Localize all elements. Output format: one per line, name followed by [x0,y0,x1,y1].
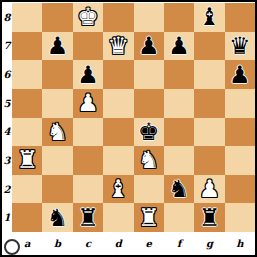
square-a1[interactable] [12,203,42,232]
square-c6[interactable]: ♟ [73,60,103,89]
square-e4[interactable]: ♚ [134,118,164,147]
file-label-d: d [103,233,133,253]
black-knight: ♞ [47,204,69,232]
square-d8[interactable] [103,3,133,32]
rank-labels: 87654321 [2,3,12,232]
black-king: ♚ [138,118,160,146]
chess-diagram: 87654321 ♚♝♟♛♟♟♛♟♟♟♞♚♜♞♝♞♟♞♜♜♜ abcdefgh [0,0,257,257]
square-g7[interactable] [194,32,224,61]
square-b3[interactable] [42,146,72,175]
square-g2[interactable]: ♟ [194,175,224,204]
square-f5[interactable] [164,89,194,118]
square-e6[interactable] [134,60,164,89]
square-a4[interactable] [12,118,42,147]
square-f3[interactable] [164,146,194,175]
square-f1[interactable] [164,203,194,232]
rank-label-7: 7 [2,32,12,61]
black-queen: ♛ [229,32,251,60]
square-c2[interactable] [73,175,103,204]
rank-label-8: 8 [2,3,12,32]
file-label-b: b [42,233,72,253]
square-e1[interactable]: ♜ [134,203,164,232]
white-bishop: ♝ [108,175,130,203]
rank-label-6: 6 [2,60,12,89]
square-d6[interactable] [103,60,133,89]
white-pawn: ♟ [77,89,99,117]
black-rook: ♜ [199,204,221,232]
rank-label-4: 4 [2,118,12,147]
file-label-c: c [73,233,103,253]
black-knight: ♞ [168,175,190,203]
square-e7[interactable]: ♟ [134,32,164,61]
square-h4[interactable] [225,118,255,147]
square-g3[interactable] [194,146,224,175]
square-h3[interactable] [225,146,255,175]
square-f7[interactable]: ♟ [164,32,194,61]
white-knight: ♞ [138,146,160,174]
square-c1[interactable]: ♜ [73,203,103,232]
square-f8[interactable] [164,3,194,32]
file-label-g: g [194,233,224,253]
square-e5[interactable] [134,89,164,118]
square-h1[interactable] [225,203,255,232]
rank-label-2: 2 [2,175,12,204]
square-f6[interactable] [164,60,194,89]
white-rook: ♜ [16,146,38,174]
square-h6[interactable]: ♟ [225,60,255,89]
square-d1[interactable] [103,203,133,232]
file-label-h: h [225,233,255,253]
white-knight: ♞ [47,118,69,146]
square-a8[interactable] [12,3,42,32]
square-d7[interactable]: ♛ [103,32,133,61]
square-g4[interactable] [194,118,224,147]
black-pawn: ♟ [138,32,160,60]
black-pawn: ♟ [47,32,69,60]
square-g5[interactable] [194,89,224,118]
square-a6[interactable] [12,60,42,89]
square-d3[interactable] [103,146,133,175]
square-g1[interactable]: ♜ [194,203,224,232]
rank-label-5: 5 [2,89,12,118]
white-king: ♚ [77,3,99,31]
black-pawn: ♟ [229,61,251,89]
square-e8[interactable] [134,3,164,32]
chess-board: ♚♝♟♛♟♟♛♟♟♟♞♚♜♞♝♞♟♞♜♜♜ [12,3,255,232]
square-a2[interactable] [12,175,42,204]
square-b5[interactable] [42,89,72,118]
square-a3[interactable]: ♜ [12,146,42,175]
square-d5[interactable] [103,89,133,118]
square-f4[interactable] [164,118,194,147]
square-f2[interactable]: ♞ [164,175,194,204]
square-c4[interactable] [73,118,103,147]
square-b6[interactable] [42,60,72,89]
file-labels: abcdefgh [12,233,255,253]
square-c8[interactable]: ♚ [73,3,103,32]
black-pawn: ♟ [168,32,190,60]
square-d4[interactable] [103,118,133,147]
square-h5[interactable] [225,89,255,118]
white-to-move-indicator [4,239,20,255]
square-g8[interactable]: ♝ [194,3,224,32]
file-label-e: e [134,233,164,253]
white-pawn: ♟ [199,175,221,203]
square-h8[interactable] [225,3,255,32]
square-c5[interactable]: ♟ [73,89,103,118]
square-a7[interactable] [12,32,42,61]
square-b4[interactable]: ♞ [42,118,72,147]
black-pawn: ♟ [77,61,99,89]
black-rook: ♜ [77,204,99,232]
rank-label-3: 3 [2,146,12,175]
black-bishop: ♝ [199,3,221,31]
square-d2[interactable]: ♝ [103,175,133,204]
rank-label-1: 1 [2,203,12,232]
square-e3[interactable]: ♞ [134,146,164,175]
square-b2[interactable] [42,175,72,204]
file-label-f: f [164,233,194,253]
square-b7[interactable]: ♟ [42,32,72,61]
square-c7[interactable] [73,32,103,61]
square-g6[interactable] [194,60,224,89]
square-c3[interactable] [73,146,103,175]
square-b1[interactable]: ♞ [42,203,72,232]
square-h2[interactable] [225,175,255,204]
white-queen: ♛ [108,32,130,60]
white-rook: ♜ [138,204,160,232]
square-h7[interactable]: ♛ [225,32,255,61]
square-b8[interactable] [42,3,72,32]
square-a5[interactable] [12,89,42,118]
square-e2[interactable] [134,175,164,204]
